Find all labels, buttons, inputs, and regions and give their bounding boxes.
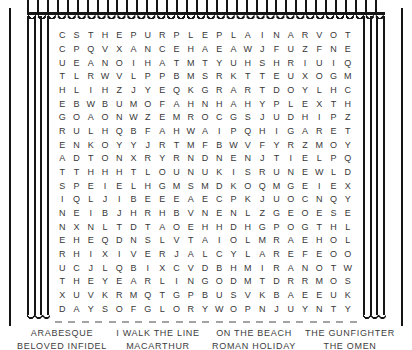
grid-cell-r19-c7: R — [141, 275, 155, 289]
grid-cell-r3-c9: T — [169, 56, 183, 70]
grid-cell-r11-c7: L — [141, 166, 155, 180]
grid-cell-r16-c19: H — [312, 234, 326, 248]
grid-cell-r3-c16: H — [269, 56, 283, 70]
grid-cell-r11-c2: T — [69, 166, 83, 180]
grid-cell-r15-c21: L — [341, 220, 355, 234]
grid-cell-r19-c10: N — [184, 275, 198, 289]
grid-cell-r15-c3: N — [84, 220, 98, 234]
grid-cell-r11-c5: H — [112, 166, 126, 180]
grid-cell-r15-c16: P — [269, 220, 283, 234]
grid-cell-r17-c12: C — [212, 248, 226, 262]
grid-cell-r1-c7: U — [141, 29, 155, 43]
grid-cell-r6-c5: U — [112, 97, 126, 111]
grid-cell-r9-c21: Y — [341, 138, 355, 152]
grid-cell-r19-c5: E — [112, 275, 126, 289]
grid-cell-r21-c1: D — [55, 302, 69, 316]
grid-cell-r19-c16: D — [269, 275, 283, 289]
grid-cell-r18-c7: I — [141, 261, 155, 275]
grid-cell-r9-c11: F — [198, 138, 212, 152]
grid-cell-r21-c11: Y — [198, 302, 212, 316]
grid-cell-r1-c6: P — [126, 29, 140, 43]
grid-cell-r14-c4: B — [98, 207, 112, 221]
grid-cell-r14-c7: R — [141, 207, 155, 221]
grid-cell-r7-c11: O — [198, 111, 212, 125]
grid-cell-r17-c17: E — [284, 248, 298, 262]
grid-cell-r12-c10: S — [184, 179, 198, 193]
grid-cell-r12-c21: X — [341, 179, 355, 193]
grid-cell-r21-c21: Y — [341, 302, 355, 316]
grid-cell-r9-c15: F — [255, 138, 269, 152]
grid-cell-r8-c17: G — [284, 125, 298, 139]
grid-cell-r8-c2: U — [69, 125, 83, 139]
grid-cell-r11-c8: O — [155, 166, 169, 180]
grid-cell-r20-c6: M — [126, 289, 140, 303]
word-list-item: ARABESQUE — [14, 327, 110, 339]
grid-cell-r14-c14: L — [241, 207, 255, 221]
grid-cell-r17-c18: F — [298, 248, 312, 262]
grid-cell-r7-c10: R — [184, 111, 198, 125]
grid-cell-r14-c15: Z — [255, 207, 269, 221]
grid-cell-r21-c20: T — [326, 302, 340, 316]
grid-cell-r15-c18: G — [298, 220, 312, 234]
grid-cell-r21-c13: O — [226, 302, 240, 316]
grid-cell-r1-c19: V — [312, 29, 326, 43]
grid-cell-r6-c6: M — [126, 97, 140, 111]
grid-cell-r8-c16: I — [269, 125, 283, 139]
grid-cell-r19-c19: M — [312, 275, 326, 289]
grid-cell-r1-c21: T — [341, 29, 355, 43]
grid-cell-r19-c6: A — [126, 275, 140, 289]
grid-cell-r12-c9: M — [169, 179, 183, 193]
grid-cell-r16-c6: N — [126, 234, 140, 248]
grid-cell-r13-c7: E — [141, 193, 155, 207]
grid-cell-r13-c3: L — [84, 193, 98, 207]
grid-cell-r5-c14: R — [241, 84, 255, 98]
grid-cell-r4-c19: O — [312, 70, 326, 84]
grid-cell-r18-c18: N — [298, 261, 312, 275]
grid-cell-r17-c8: R — [155, 248, 169, 262]
grid-cell-r21-c5: O — [112, 302, 126, 316]
grid-cell-r8-c10: W — [184, 125, 198, 139]
grid-cell-r6-c19: X — [312, 97, 326, 111]
grid-cell-r11-c15: R — [255, 166, 269, 180]
grid-cell-r14-c9: B — [169, 207, 183, 221]
grid-cell-r7-c1: G — [55, 111, 69, 125]
grid-cell-r5-c4: H — [98, 84, 112, 98]
grid-cell-r21-c4: S — [98, 302, 112, 316]
grid-cell-r5-c17: O — [284, 84, 298, 98]
grid-cell-r15-c12: H — [212, 220, 226, 234]
grid-cell-r21-c2: A — [69, 302, 83, 316]
grid-cell-r13-c10: A — [184, 193, 198, 207]
grid-cell-r17-c9: J — [169, 248, 183, 262]
grid-cell-r21-c18: Y — [298, 302, 312, 316]
grid-cell-r5-c2: L — [69, 84, 83, 98]
grid-cell-r7-c15: J — [255, 111, 269, 125]
grid-cell-r10-c3: T — [84, 152, 98, 166]
grid-cell-r9-c3: K — [84, 138, 98, 152]
grid-cell-r8-c14: Q — [241, 125, 255, 139]
grid-cell-r11-c1: T — [55, 166, 69, 180]
grid-cell-r2-c19: F — [312, 43, 326, 57]
grid-cell-r18-c4: L — [98, 261, 112, 275]
grid-cell-r13-c8: E — [155, 193, 169, 207]
grid-cell-r17-c11: L — [198, 248, 212, 262]
grid-cell-r15-c15: G — [255, 220, 269, 234]
grid-cell-r5-c16: D — [269, 84, 283, 98]
grid-cell-r18-c13: H — [226, 261, 240, 275]
grid-cell-r18-c11: D — [198, 261, 212, 275]
grid-cell-r11-c19: W — [312, 166, 326, 180]
grid-cell-r3-c20: I — [326, 56, 340, 70]
grid-cell-r20-c5: R — [112, 289, 126, 303]
grid-cell-r13-c5: I — [112, 193, 126, 207]
grid-cell-r12-c1: S — [55, 179, 69, 193]
grid-cell-r10-c7: R — [141, 152, 155, 166]
grid-cell-r15-c19: T — [312, 220, 326, 234]
grid-cell-r9-c2: N — [69, 138, 83, 152]
grid-cell-r17-c6: V — [126, 248, 140, 262]
grid-cell-r20-c13: S — [226, 289, 240, 303]
grid-cell-r14-c16: G — [269, 207, 283, 221]
grid-cell-r19-c2: H — [69, 275, 83, 289]
grid-cell-r13-c11: E — [198, 193, 212, 207]
grid-cell-r12-c12: D — [212, 179, 226, 193]
grid-cell-r21-c15: N — [255, 302, 269, 316]
grid-cell-r15-c7: T — [141, 220, 155, 234]
grid-cell-r18-c1: U — [55, 261, 69, 275]
grid-cell-r2-c18: Z — [298, 43, 312, 57]
grid-cell-r14-c17: E — [284, 207, 298, 221]
grid-cell-r11-c20: L — [326, 166, 340, 180]
grid-cell-r4-c11: S — [198, 70, 212, 84]
grid-cell-r8-c1: R — [55, 125, 69, 139]
grid-cell-r3-c3: A — [84, 56, 98, 70]
grid-cell-r7-c12: C — [212, 111, 226, 125]
grid-cell-r19-c21: S — [341, 275, 355, 289]
grid-cell-r12-c8: G — [155, 179, 169, 193]
grid-cell-r8-c4: H — [98, 125, 112, 139]
word-list-item: BELOVED INFIDEL — [14, 340, 110, 350]
grid-cell-r20-c17: A — [284, 289, 298, 303]
grid-cell-r12-c4: I — [98, 179, 112, 193]
grid-cell-r11-c9: U — [169, 166, 183, 180]
word-list: ARABESQUEI WALK THE LINEON THE BEACHTHE … — [14, 327, 398, 350]
grid-cell-r6-c3: W — [84, 97, 98, 111]
grid-cell-r7-c3: A — [84, 111, 98, 125]
grid-cell-r21-c6: F — [126, 302, 140, 316]
grid-cell-r7-c18: H — [298, 111, 312, 125]
grid-cell-r5-c20: H — [326, 84, 340, 98]
grid-cell-r4-c6: L — [126, 70, 140, 84]
grid-cell-r2-c16: F — [269, 43, 283, 57]
grid-cell-r7-c13: G — [226, 111, 240, 125]
grid-cell-r10-c20: P — [326, 152, 340, 166]
grid-cell-r13-c2: Q — [69, 193, 83, 207]
grid-cell-r16-c13: O — [226, 234, 240, 248]
grid-cell-r5-c5: Z — [112, 84, 126, 98]
grid-cell-r12-c17: G — [284, 179, 298, 193]
grid-cell-r11-c3: H — [84, 166, 98, 180]
grid-cell-r6-c21: H — [341, 97, 355, 111]
grid-cell-r4-c20: G — [326, 70, 340, 84]
grid-cell-r9-c9: T — [169, 138, 183, 152]
grid-cell-r14-c5: J — [112, 207, 126, 221]
grid-cell-r19-c13: D — [226, 275, 240, 289]
grid-cell-r10-c21: Q — [341, 152, 355, 166]
word-list-item: ON THE BEACH — [206, 327, 302, 339]
grid-cell-r6-c13: A — [226, 97, 240, 111]
grid-cell-r20-c18: E — [298, 289, 312, 303]
grid-cell-r16-c9: V — [169, 234, 183, 248]
grid-cell-r15-c10: E — [184, 220, 198, 234]
grid-cell-r6-c18: E — [298, 97, 312, 111]
left-page-rule — [9, 8, 11, 326]
grid-cell-r15-c4: L — [98, 220, 112, 234]
grid-cell-r17-c20: O — [326, 248, 340, 262]
grid-cell-r19-c15: T — [255, 275, 269, 289]
grid-cell-r18-c20: T — [326, 261, 340, 275]
grid-cell-r4-c3: R — [84, 70, 98, 84]
grid-cell-r17-c13: Y — [226, 248, 240, 262]
grid-cell-r16-c12: I — [212, 234, 226, 248]
grid-cell-r1-c15: I — [255, 29, 269, 43]
word-list-item: MACARTHUR — [110, 340, 206, 350]
grid-cell-r1-c4: H — [98, 29, 112, 43]
grid-cell-r3-c2: E — [69, 56, 83, 70]
grid-cell-r7-c21: Z — [341, 111, 355, 125]
grid-cell-r12-c18: E — [298, 179, 312, 193]
grid-cell-r12-c6: L — [126, 179, 140, 193]
grid-cell-r8-c8: A — [155, 125, 169, 139]
grid-cell-r3-c5: O — [112, 56, 126, 70]
grid-cell-r13-c1: I — [55, 193, 69, 207]
grid-cell-r19-c9: I — [169, 275, 183, 289]
grid-cell-r19-c4: Y — [98, 275, 112, 289]
grid-cell-r19-c12: O — [212, 275, 226, 289]
grid-cell-r21-c8: L — [155, 302, 169, 316]
grid-cell-r10-c16: T — [269, 152, 283, 166]
grid-cell-r10-c6: X — [126, 152, 140, 166]
grid-cell-r8-c9: H — [169, 125, 183, 139]
grid-cell-r12-c20: E — [326, 179, 340, 193]
grid-cell-r14-c19: E — [312, 207, 326, 221]
dashed-separator — [55, 321, 358, 323]
grid-cell-r5-c9: Q — [169, 84, 183, 98]
grid-cell-r11-c12: K — [212, 166, 226, 180]
grid-cell-r3-c15: S — [255, 56, 269, 70]
grid-cell-r16-c18: E — [298, 234, 312, 248]
grid-cell-r16-c4: Q — [98, 234, 112, 248]
grid-cell-r2-c21: E — [341, 43, 355, 57]
grid-cell-r7-c2: O — [69, 111, 83, 125]
grid-cell-r8-c18: A — [298, 125, 312, 139]
grid-cell-r5-c19: L — [312, 84, 326, 98]
grid-cell-r12-c13: K — [226, 179, 240, 193]
grid-cell-r10-c12: N — [212, 152, 226, 166]
grid-cell-r16-c3: E — [84, 234, 98, 248]
grid-cell-r4-c15: T — [255, 70, 269, 84]
grid-cell-r17-c10: A — [184, 248, 198, 262]
grid-cell-r14-c13: N — [226, 207, 240, 221]
grid-cell-r15-c6: D — [126, 220, 140, 234]
grid-cell-r1-c17: A — [284, 29, 298, 43]
grid-cell-r11-c10: N — [184, 166, 198, 180]
grid-cell-r6-c16: P — [269, 97, 283, 111]
right-curtain-stripes — [363, 16, 385, 315]
grid-cell-r9-c6: Y — [126, 138, 140, 152]
grid-cell-r18-c19: O — [312, 261, 326, 275]
grid-cell-r2-c5: X — [112, 43, 126, 57]
grid-cell-r21-c9: O — [169, 302, 183, 316]
grid-cell-r3-c21: Q — [341, 56, 355, 70]
grid-cell-r18-c10: V — [184, 261, 198, 275]
grid-cell-r10-c2: D — [69, 152, 83, 166]
grid-cell-r12-c15: Q — [255, 179, 269, 193]
grid-cell-r8-c5: Q — [112, 125, 126, 139]
grid-cell-r17-c2: H — [69, 248, 83, 262]
grid-cell-r5-c3: I — [84, 84, 98, 98]
grid-cell-r5-c10: K — [184, 84, 198, 98]
grid-cell-r2-c9: E — [169, 43, 183, 57]
grid-cell-r10-c18: E — [298, 152, 312, 166]
grid-cell-r11-c16: U — [269, 166, 283, 180]
grid-cell-r20-c3: V — [84, 289, 98, 303]
grid-cell-r18-c12: B — [212, 261, 226, 275]
grid-cell-r10-c9: R — [169, 152, 183, 166]
grid-cell-r13-c16: U — [269, 193, 283, 207]
grid-cell-r21-c17: U — [284, 302, 298, 316]
grid-cell-r17-c7: E — [141, 248, 155, 262]
grid-cell-r16-c16: R — [269, 234, 283, 248]
word-search-page: CSTHEPURPLEPLAINARVOTCPQVXANCEHAEAWJFUZF… — [0, 0, 412, 350]
grid-cell-r21-c7: G — [141, 302, 155, 316]
word-list-item: THE GUNFIGHTER — [302, 327, 398, 339]
grid-cell-r20-c12: U — [212, 289, 226, 303]
grid-cell-r4-c18: X — [298, 70, 312, 84]
grid-cell-r8-c11: A — [198, 125, 212, 139]
grid-cell-r7-c6: W — [126, 111, 140, 125]
grid-cell-r9-c10: M — [184, 138, 198, 152]
grid-cell-r7-c19: I — [312, 111, 326, 125]
grid-cell-r11-c17: N — [284, 166, 298, 180]
grid-cell-r1-c5: E — [112, 29, 126, 43]
grid-cell-r7-c20: P — [326, 111, 340, 125]
grid-cell-r3-c10: M — [184, 56, 198, 70]
grid-cell-r17-c4: X — [98, 248, 112, 262]
grid-cell-r18-c16: R — [269, 261, 283, 275]
right-page-rule — [401, 8, 403, 326]
grid-cell-r16-c5: D — [112, 234, 126, 248]
grid-cell-r1-c11: E — [198, 29, 212, 43]
grid-cell-r3-c18: I — [298, 56, 312, 70]
grid-cell-r2-c3: Q — [84, 43, 98, 57]
grid-cell-r16-c8: L — [155, 234, 169, 248]
grid-cell-r3-c17: R — [284, 56, 298, 70]
grid-cell-r2-c4: V — [98, 43, 112, 57]
grid-cell-r20-c4: K — [98, 289, 112, 303]
grid-cell-r2-c8: C — [155, 43, 169, 57]
grid-cell-r13-c9: E — [169, 193, 183, 207]
grid-cell-r12-c2: P — [69, 179, 83, 193]
grid-cell-r8-c19: R — [312, 125, 326, 139]
grid-cell-r4-c5: V — [112, 70, 126, 84]
grid-cell-r14-c21: E — [341, 207, 355, 221]
grid-cell-r5-c11: G — [198, 84, 212, 98]
grid-cell-r5-c13: A — [226, 84, 240, 98]
grid-cell-r10-c5: N — [112, 152, 126, 166]
grid-cell-r13-c21: Y — [341, 193, 355, 207]
grid-cell-r10-c10: N — [184, 152, 198, 166]
grid-cell-r17-c15: A — [255, 248, 269, 262]
grid-cell-r4-c7: P — [141, 70, 155, 84]
grid-cell-r12-c16: M — [269, 179, 283, 193]
grid-cell-r14-c20: S — [326, 207, 340, 221]
grid-cell-r17-c3: I — [84, 248, 98, 262]
grid-cell-r5-c18: Y — [298, 84, 312, 98]
grid-cell-r19-c20: O — [326, 275, 340, 289]
grid-cell-r1-c16: N — [269, 29, 283, 43]
grid-cell-r5-c15: T — [255, 84, 269, 98]
grid-cell-r8-c6: B — [126, 125, 140, 139]
grid-cell-r17-c21: O — [341, 248, 355, 262]
grid-cell-r2-c15: J — [255, 43, 269, 57]
grid-cell-r1-c2: S — [69, 29, 83, 43]
grid-cell-r10-c13: E — [226, 152, 240, 166]
grid-cell-r8-c3: L — [84, 125, 98, 139]
grid-cell-r9-c7: J — [141, 138, 155, 152]
grid-cell-r10-c19: L — [312, 152, 326, 166]
grid-cell-r18-c9: C — [169, 261, 183, 275]
grid-cell-r20-c20: U — [326, 289, 340, 303]
grid-cell-r20-c10: P — [184, 289, 198, 303]
grid-cell-r16-c14: L — [241, 234, 255, 248]
grid-cell-r20-c11: B — [198, 289, 212, 303]
grid-cell-r11-c6: T — [126, 166, 140, 180]
grid-cell-r7-c14: S — [241, 111, 255, 125]
grid-cell-r15-c1: N — [55, 220, 69, 234]
grid-cell-r18-c2: C — [69, 261, 83, 275]
grid-cell-r17-c19: E — [312, 248, 326, 262]
grid-cell-r1-c8: R — [155, 29, 169, 43]
grid-cell-r4-c17: U — [284, 70, 298, 84]
grid-cell-r5-c6: J — [126, 84, 140, 98]
grid-cell-r14-c6: H — [126, 207, 140, 221]
grid-cell-r2-c20: N — [326, 43, 340, 57]
grid-cell-r5-c1: H — [55, 84, 69, 98]
grid-cell-r6-c1: E — [55, 97, 69, 111]
grid-cell-r13-c12: C — [212, 193, 226, 207]
grid-cell-r20-c9: G — [169, 289, 183, 303]
grid-cell-r13-c14: K — [241, 193, 255, 207]
grid-cell-r3-c13: U — [226, 56, 240, 70]
grid-cell-r1-c9: P — [169, 29, 183, 43]
grid-cell-r15-c8: A — [155, 220, 169, 234]
grid-cell-r13-c17: O — [284, 193, 298, 207]
right-curtain — [363, 16, 385, 322]
grid-cell-r8-c20: E — [326, 125, 340, 139]
grid-cell-r20-c1: X — [55, 289, 69, 303]
grid-cell-r1-c13: L — [226, 29, 240, 43]
grid-cell-r20-c2: U — [69, 289, 83, 303]
grid-cell-r11-c14: S — [241, 166, 255, 180]
grid-cell-r9-c18: Z — [298, 138, 312, 152]
grid-cell-r6-c15: Y — [255, 97, 269, 111]
grid-cell-r14-c11: N — [198, 207, 212, 221]
left-curtain-stripes — [27, 16, 49, 315]
grid-cell-r15-c5: T — [112, 220, 126, 234]
grid-cell-r4-c10: M — [184, 70, 198, 84]
